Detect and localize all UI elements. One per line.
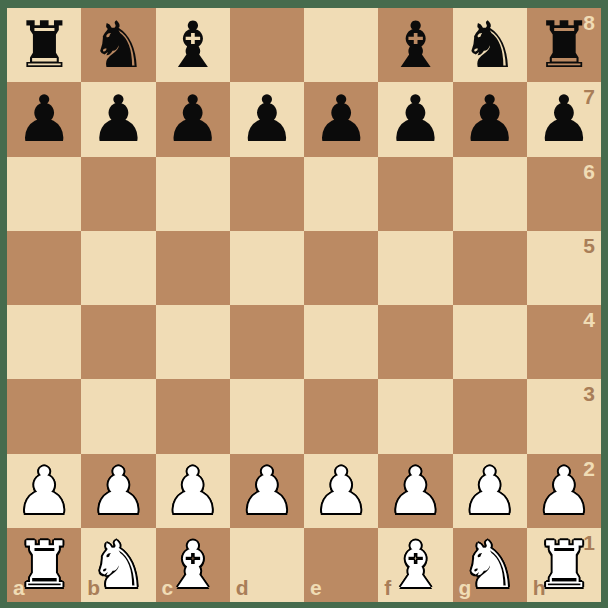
- square-d8[interactable]: [230, 8, 304, 82]
- square-c8[interactable]: ♝: [156, 8, 230, 82]
- square-a8[interactable]: ♜: [7, 8, 81, 82]
- square-c7[interactable]: ♟: [156, 82, 230, 156]
- black-pawn-icon[interactable]: ♟: [15, 82, 72, 156]
- square-b3[interactable]: [81, 379, 155, 453]
- square-f3[interactable]: [378, 379, 452, 453]
- square-b1[interactable]: b♞: [81, 528, 155, 602]
- white-knight-icon[interactable]: ♞: [461, 528, 518, 602]
- square-c5[interactable]: [156, 231, 230, 305]
- black-pawn-icon[interactable]: ♟: [90, 82, 147, 156]
- square-e7[interactable]: ♟: [304, 82, 378, 156]
- square-g6[interactable]: [453, 157, 527, 231]
- square-f2[interactable]: ♟: [378, 454, 452, 528]
- square-c6[interactable]: [156, 157, 230, 231]
- black-pawn-icon[interactable]: ♟: [164, 82, 221, 156]
- white-pawn-icon[interactable]: ♟: [238, 454, 295, 528]
- square-f5[interactable]: [378, 231, 452, 305]
- square-b2[interactable]: ♟: [81, 454, 155, 528]
- square-b6[interactable]: [81, 157, 155, 231]
- white-pawn-icon[interactable]: ♟: [461, 454, 518, 528]
- square-h5[interactable]: 5: [527, 231, 601, 305]
- square-a3[interactable]: [7, 379, 81, 453]
- square-e2[interactable]: ♟: [304, 454, 378, 528]
- black-knight-icon[interactable]: ♞: [90, 8, 147, 82]
- black-pawn-icon[interactable]: ♟: [238, 82, 295, 156]
- square-e1[interactable]: e: [304, 528, 378, 602]
- black-pawn-icon[interactable]: ♟: [461, 82, 518, 156]
- square-h6[interactable]: 6: [527, 157, 601, 231]
- square-d2[interactable]: ♟: [230, 454, 304, 528]
- square-e8[interactable]: [304, 8, 378, 82]
- square-a4[interactable]: [7, 305, 81, 379]
- square-g2[interactable]: ♟: [453, 454, 527, 528]
- white-pawn-icon[interactable]: ♟: [164, 454, 221, 528]
- black-pawn-icon[interactable]: ♟: [535, 82, 592, 156]
- white-rook-icon[interactable]: ♜: [15, 528, 72, 602]
- square-a7[interactable]: ♟: [7, 82, 81, 156]
- square-g5[interactable]: [453, 231, 527, 305]
- square-d4[interactable]: [230, 305, 304, 379]
- square-a1[interactable]: a♜: [7, 528, 81, 602]
- square-b7[interactable]: ♟: [81, 82, 155, 156]
- square-h3[interactable]: 3: [527, 379, 601, 453]
- square-a5[interactable]: [7, 231, 81, 305]
- square-h4[interactable]: 4: [527, 305, 601, 379]
- white-pawn-icon[interactable]: ♟: [312, 454, 369, 528]
- black-rook-icon[interactable]: ♜: [535, 8, 592, 82]
- square-c3[interactable]: [156, 379, 230, 453]
- board-frame: ♜♞♝♝♞8♜♟♟♟♟♟♟♟7♟6543♟♟♟♟♟♟♟2♟a♜b♞c♝def♝g…: [0, 0, 608, 608]
- square-h2[interactable]: 2♟: [527, 454, 601, 528]
- square-b8[interactable]: ♞: [81, 8, 155, 82]
- square-b5[interactable]: [81, 231, 155, 305]
- square-e6[interactable]: [304, 157, 378, 231]
- file-label-e: e: [310, 577, 322, 598]
- white-pawn-icon[interactable]: ♟: [90, 454, 147, 528]
- chess-board: ♜♞♝♝♞8♜♟♟♟♟♟♟♟7♟6543♟♟♟♟♟♟♟2♟a♜b♞c♝def♝g…: [7, 8, 601, 602]
- square-c1[interactable]: c♝: [156, 528, 230, 602]
- square-f7[interactable]: ♟: [378, 82, 452, 156]
- square-c4[interactable]: [156, 305, 230, 379]
- square-h7[interactable]: 7♟: [527, 82, 601, 156]
- square-f1[interactable]: f♝: [378, 528, 452, 602]
- black-rook-icon[interactable]: ♜: [15, 8, 72, 82]
- square-g8[interactable]: ♞: [453, 8, 527, 82]
- square-a6[interactable]: [7, 157, 81, 231]
- square-g1[interactable]: g♞: [453, 528, 527, 602]
- square-h1[interactable]: 1h♜: [527, 528, 601, 602]
- square-g7[interactable]: ♟: [453, 82, 527, 156]
- black-pawn-icon[interactable]: ♟: [387, 82, 444, 156]
- white-knight-icon[interactable]: ♞: [90, 528, 147, 602]
- square-a2[interactable]: ♟: [7, 454, 81, 528]
- square-d6[interactable]: [230, 157, 304, 231]
- square-d3[interactable]: [230, 379, 304, 453]
- square-f8[interactable]: ♝: [378, 8, 452, 82]
- square-f4[interactable]: [378, 305, 452, 379]
- white-rook-icon[interactable]: ♜: [535, 528, 592, 602]
- square-d5[interactable]: [230, 231, 304, 305]
- rank-label-5: 5: [583, 235, 595, 256]
- square-d1[interactable]: d: [230, 528, 304, 602]
- square-e4[interactable]: [304, 305, 378, 379]
- file-label-d: d: [236, 577, 249, 598]
- square-c2[interactable]: ♟: [156, 454, 230, 528]
- square-f6[interactable]: [378, 157, 452, 231]
- black-pawn-icon[interactable]: ♟: [312, 82, 369, 156]
- black-bishop-icon[interactable]: ♝: [164, 8, 221, 82]
- rank-label-3: 3: [583, 383, 595, 404]
- black-bishop-icon[interactable]: ♝: [387, 8, 444, 82]
- white-pawn-icon[interactable]: ♟: [15, 454, 72, 528]
- square-d7[interactable]: ♟: [230, 82, 304, 156]
- square-h8[interactable]: 8♜: [527, 8, 601, 82]
- square-g4[interactable]: [453, 305, 527, 379]
- rank-label-6: 6: [583, 161, 595, 182]
- white-bishop-icon[interactable]: ♝: [164, 528, 221, 602]
- square-e3[interactable]: [304, 379, 378, 453]
- square-g3[interactable]: [453, 379, 527, 453]
- white-pawn-icon[interactable]: ♟: [387, 454, 444, 528]
- square-b4[interactable]: [81, 305, 155, 379]
- square-e5[interactable]: [304, 231, 378, 305]
- black-knight-icon[interactable]: ♞: [461, 8, 518, 82]
- rank-label-4: 4: [583, 309, 595, 330]
- white-bishop-icon[interactable]: ♝: [387, 528, 444, 602]
- white-pawn-icon[interactable]: ♟: [535, 454, 592, 528]
